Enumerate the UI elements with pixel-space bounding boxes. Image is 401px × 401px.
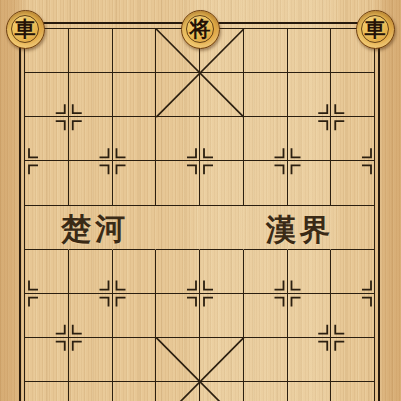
board-cell (156, 250, 200, 294)
board-cell (113, 338, 157, 382)
board-cell (244, 161, 288, 205)
board-cell (200, 250, 244, 294)
board-cell (69, 73, 113, 117)
board-cell (200, 382, 244, 401)
piece-glyph: 車 (15, 19, 36, 40)
board-cell (25, 73, 69, 117)
board-cell (156, 382, 200, 401)
board-cell (113, 29, 157, 73)
piece-glyph: 将 (190, 19, 211, 40)
board-cell (25, 382, 69, 401)
board-cell (200, 73, 244, 117)
river-label-left: 楚河 (61, 214, 129, 244)
board-cell (25, 161, 69, 205)
board-cell (25, 117, 69, 161)
board-cell (69, 338, 113, 382)
board-cell (69, 382, 113, 401)
board-cell (200, 338, 244, 382)
board-cell (69, 29, 113, 73)
board-cell (69, 117, 113, 161)
board-cell (288, 29, 332, 73)
board-cell (288, 382, 332, 401)
board-cell (156, 294, 200, 338)
board-cell (331, 73, 375, 117)
board-cell (25, 338, 69, 382)
board-cell (156, 338, 200, 382)
board-cell (288, 161, 332, 205)
board-cell (331, 294, 375, 338)
board-cell (288, 117, 332, 161)
xiangqi-board: 楚河 漢界 車将車 (0, 0, 401, 401)
board-cell (156, 161, 200, 205)
river-label-right: 漢界 (266, 215, 334, 245)
board-cell (156, 206, 200, 250)
board-cell (331, 117, 375, 161)
board-cell (244, 382, 288, 401)
piece-black-general-e0[interactable]: 将 (181, 10, 220, 49)
board-cell (331, 338, 375, 382)
board-cell (156, 117, 200, 161)
board-cell (113, 250, 157, 294)
board-cell (244, 294, 288, 338)
board-cell (200, 206, 244, 250)
board-cell (331, 382, 375, 401)
board-cell (25, 294, 69, 338)
board-cell (331, 161, 375, 205)
board-cell (288, 294, 332, 338)
board-cell (244, 117, 288, 161)
board-cell (244, 250, 288, 294)
piece-black-chariot-i0[interactable]: 車 (356, 10, 395, 49)
board-cell (244, 29, 288, 73)
board-cell (69, 161, 113, 205)
board-cell (69, 294, 113, 338)
board-cell (200, 117, 244, 161)
board-cell (113, 382, 157, 401)
board-cell (25, 250, 69, 294)
piece-black-chariot-a0[interactable]: 車 (6, 10, 45, 49)
board-cell (113, 73, 157, 117)
board-cell (69, 250, 113, 294)
board-cell (331, 206, 375, 250)
piece-glyph: 車 (365, 19, 386, 40)
board-cell (244, 73, 288, 117)
board-cell (288, 73, 332, 117)
board-cell (331, 250, 375, 294)
board-cell (200, 294, 244, 338)
board-cell (288, 338, 332, 382)
board-cell (113, 294, 157, 338)
board-cell (113, 117, 157, 161)
board-cell (288, 250, 332, 294)
board-cell (156, 73, 200, 117)
board-cell (200, 161, 244, 205)
board-cell (244, 338, 288, 382)
board-cell (113, 161, 157, 205)
